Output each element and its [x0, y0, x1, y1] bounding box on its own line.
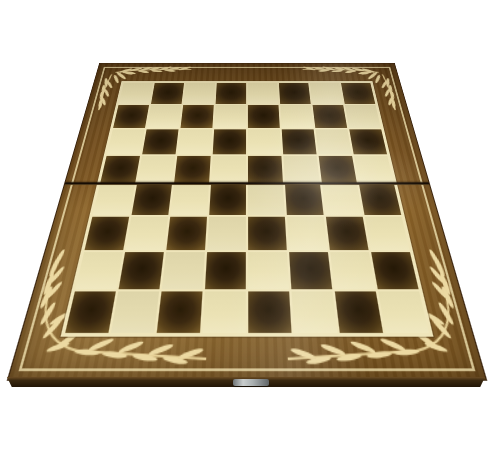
square-b8	[151, 82, 184, 103]
square-d3	[207, 216, 246, 249]
square-c7	[181, 105, 214, 128]
square-d5	[211, 155, 246, 182]
square-b7	[147, 105, 182, 128]
square-c4	[170, 184, 209, 214]
playing-area	[61, 81, 434, 337]
square-b6	[142, 129, 178, 154]
square-b5	[137, 155, 175, 182]
square-f3	[287, 216, 328, 249]
square-g2	[330, 252, 375, 289]
square-a4	[93, 184, 135, 214]
square-d4	[209, 184, 246, 214]
square-d8	[216, 82, 247, 103]
square-d6	[213, 129, 246, 154]
square-e4	[248, 184, 285, 214]
square-g5	[319, 155, 357, 182]
square-g6	[315, 129, 351, 154]
square-f5	[283, 155, 320, 182]
square-e6	[248, 129, 281, 154]
square-e1	[248, 291, 291, 333]
square-c8	[183, 82, 215, 103]
square-f2	[289, 252, 332, 289]
square-h3	[365, 216, 410, 249]
square-d2	[205, 252, 246, 289]
square-f6	[282, 129, 317, 154]
square-c1	[157, 291, 203, 333]
board-photo	[0, 0, 500, 450]
square-e2	[248, 252, 289, 289]
square-d1	[202, 291, 245, 333]
square-a6	[107, 129, 145, 154]
square-h5	[354, 155, 394, 182]
square-c3	[166, 216, 207, 249]
square-b4	[132, 184, 172, 214]
square-e3	[248, 216, 287, 249]
square-a1	[65, 291, 116, 333]
square-g8	[310, 82, 343, 103]
square-c5	[174, 155, 211, 182]
square-c2	[162, 252, 205, 289]
chess-board	[7, 62, 488, 380]
square-h1	[378, 291, 429, 333]
square-b1	[111, 291, 159, 333]
square-f1	[291, 291, 337, 333]
square-f7	[280, 105, 313, 128]
square-g3	[326, 216, 369, 249]
square-b2	[119, 252, 164, 289]
square-g4	[322, 184, 362, 214]
square-h4	[359, 184, 401, 214]
square-c6	[177, 129, 212, 154]
square-h6	[349, 129, 387, 154]
square-a3	[85, 216, 130, 249]
square-e5	[248, 155, 283, 182]
square-a8	[119, 82, 153, 103]
square-f4	[285, 184, 324, 214]
square-b3	[125, 216, 168, 249]
square-a2	[75, 252, 122, 289]
square-h2	[371, 252, 418, 289]
square-f8	[279, 82, 311, 103]
square-d7	[214, 105, 246, 128]
square-a5	[100, 155, 140, 182]
square-a7	[113, 105, 149, 128]
square-e7	[248, 105, 280, 128]
square-g7	[313, 105, 348, 128]
square-e8	[248, 82, 279, 103]
square-h8	[341, 82, 375, 103]
square-h7	[345, 105, 381, 128]
square-g1	[335, 291, 383, 333]
metal-latch	[233, 379, 269, 386]
